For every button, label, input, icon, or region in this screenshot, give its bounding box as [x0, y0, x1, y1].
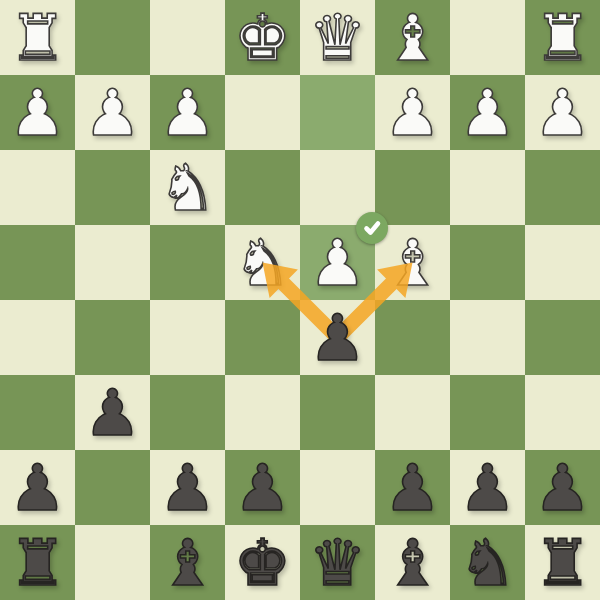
- square-b4[interactable]: [450, 225, 525, 300]
- square-c2[interactable]: ♟: [375, 75, 450, 150]
- chess-app-stage: ♜♚♛♝♜♟♟♟♟♟♟♞♞♟♝♟♟♟♟♟♟♟♟♜♝♚♛♝♞♜: [0, 0, 600, 600]
- square-f6[interactable]: [150, 375, 225, 450]
- square-f5[interactable]: [150, 300, 225, 375]
- square-b8[interactable]: ♞: [450, 525, 525, 600]
- square-b7[interactable]: ♟: [450, 450, 525, 525]
- square-c3[interactable]: [375, 150, 450, 225]
- square-d7[interactable]: [300, 450, 375, 525]
- piece-white-rook[interactable]: ♜: [0, 0, 75, 75]
- square-f7[interactable]: ♟: [150, 450, 225, 525]
- square-d6[interactable]: [300, 375, 375, 450]
- piece-white-knight[interactable]: ♞: [225, 225, 300, 300]
- square-f4[interactable]: [150, 225, 225, 300]
- piece-white-king[interactable]: ♚: [225, 0, 300, 75]
- square-f3[interactable]: ♞: [150, 150, 225, 225]
- piece-black-pawn[interactable]: ♟: [225, 450, 300, 525]
- piece-black-rook[interactable]: ♜: [525, 525, 600, 600]
- square-g1[interactable]: [75, 0, 150, 75]
- square-e5[interactable]: [225, 300, 300, 375]
- piece-white-bishop[interactable]: ♝: [375, 225, 450, 300]
- square-e2[interactable]: [225, 75, 300, 150]
- square-a5[interactable]: [525, 300, 600, 375]
- piece-black-pawn[interactable]: ♟: [525, 450, 600, 525]
- piece-black-pawn[interactable]: ♟: [300, 300, 375, 375]
- square-d8[interactable]: ♛: [300, 525, 375, 600]
- piece-black-pawn[interactable]: ♟: [75, 375, 150, 450]
- piece-black-pawn[interactable]: ♟: [375, 450, 450, 525]
- square-g2[interactable]: ♟: [75, 75, 150, 150]
- square-g4[interactable]: [75, 225, 150, 300]
- square-h8[interactable]: ♜: [0, 525, 75, 600]
- piece-black-knight[interactable]: ♞: [450, 525, 525, 600]
- piece-white-pawn[interactable]: ♟: [150, 75, 225, 150]
- piece-black-bishop[interactable]: ♝: [150, 525, 225, 600]
- square-f8[interactable]: ♝: [150, 525, 225, 600]
- square-a1[interactable]: ♜: [525, 0, 600, 75]
- square-e3[interactable]: [225, 150, 300, 225]
- square-e7[interactable]: ♟: [225, 450, 300, 525]
- piece-black-pawn[interactable]: ♟: [0, 450, 75, 525]
- square-c4[interactable]: ♝: [375, 225, 450, 300]
- square-h2[interactable]: ♟: [0, 75, 75, 150]
- piece-black-pawn[interactable]: ♟: [150, 450, 225, 525]
- square-g7[interactable]: [75, 450, 150, 525]
- chess-board: ♜♚♛♝♜♟♟♟♟♟♟♞♞♟♝♟♟♟♟♟♟♟♟♜♝♚♛♝♞♜: [0, 0, 600, 600]
- square-c7[interactable]: ♟: [375, 450, 450, 525]
- piece-white-pawn[interactable]: ♟: [0, 75, 75, 150]
- piece-white-rook[interactable]: ♜: [525, 0, 600, 75]
- square-c1[interactable]: ♝: [375, 0, 450, 75]
- piece-white-bishop[interactable]: ♝: [375, 0, 450, 75]
- piece-white-knight[interactable]: ♞: [150, 150, 225, 225]
- square-g6[interactable]: ♟: [75, 375, 150, 450]
- square-h1[interactable]: ♜: [0, 0, 75, 75]
- square-a4[interactable]: [525, 225, 600, 300]
- square-b2[interactable]: ♟: [450, 75, 525, 150]
- square-e6[interactable]: [225, 375, 300, 450]
- square-c5[interactable]: [375, 300, 450, 375]
- square-h6[interactable]: [0, 375, 75, 450]
- piece-black-queen[interactable]: ♛: [300, 525, 375, 600]
- excellent-move-badge: [356, 212, 388, 244]
- square-g8[interactable]: [75, 525, 150, 600]
- square-g5[interactable]: [75, 300, 150, 375]
- square-d5[interactable]: ♟: [300, 300, 375, 375]
- square-e4[interactable]: ♞: [225, 225, 300, 300]
- square-f1[interactable]: [150, 0, 225, 75]
- square-h7[interactable]: ♟: [0, 450, 75, 525]
- piece-black-king[interactable]: ♚: [225, 525, 300, 600]
- piece-white-pawn[interactable]: ♟: [525, 75, 600, 150]
- square-g3[interactable]: [75, 150, 150, 225]
- square-a3[interactable]: [525, 150, 600, 225]
- square-e1[interactable]: ♚: [225, 0, 300, 75]
- square-h4[interactable]: [0, 225, 75, 300]
- square-a7[interactable]: ♟: [525, 450, 600, 525]
- square-f2[interactable]: ♟: [150, 75, 225, 150]
- piece-black-rook[interactable]: ♜: [0, 525, 75, 600]
- piece-black-bishop[interactable]: ♝: [375, 525, 450, 600]
- piece-white-queen[interactable]: ♛: [300, 0, 375, 75]
- piece-white-pawn[interactable]: ♟: [375, 75, 450, 150]
- square-d2[interactable]: [300, 75, 375, 150]
- piece-white-pawn[interactable]: ♟: [450, 75, 525, 150]
- piece-black-pawn[interactable]: ♟: [450, 450, 525, 525]
- square-c8[interactable]: ♝: [375, 525, 450, 600]
- square-b3[interactable]: [450, 150, 525, 225]
- piece-white-pawn[interactable]: ♟: [75, 75, 150, 150]
- square-b6[interactable]: [450, 375, 525, 450]
- square-h5[interactable]: [0, 300, 75, 375]
- square-b1[interactable]: [450, 0, 525, 75]
- square-a8[interactable]: ♜: [525, 525, 600, 600]
- square-h3[interactable]: [0, 150, 75, 225]
- square-b5[interactable]: [450, 300, 525, 375]
- square-d1[interactable]: ♛: [300, 0, 375, 75]
- checkmark-icon: [362, 218, 382, 238]
- square-a2[interactable]: ♟: [525, 75, 600, 150]
- square-a6[interactable]: [525, 375, 600, 450]
- square-e8[interactable]: ♚: [225, 525, 300, 600]
- square-c6[interactable]: [375, 375, 450, 450]
